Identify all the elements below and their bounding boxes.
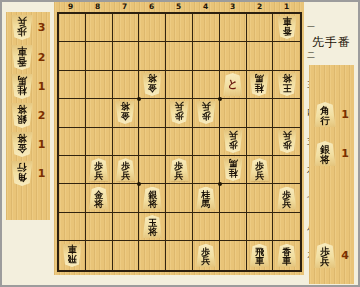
- board-cell-6七[interactable]: 銀将: [139, 184, 166, 212]
- piece-kanji: 車: [255, 256, 264, 266]
- piece-kanji: 金: [121, 112, 130, 122]
- hand-slot-金将: 金将1: [6, 131, 50, 158]
- board-cell-5四[interactable]: 歩兵: [166, 99, 193, 127]
- piece-歩兵-sente[interactable]: 歩兵: [115, 158, 135, 181]
- hand-slot-銀将: 銀将2: [6, 102, 50, 129]
- board-cell-4九[interactable]: 歩兵: [193, 241, 220, 269]
- board-cell-6六[interactable]: [139, 156, 166, 184]
- board-cell-2八[interactable]: [247, 213, 274, 241]
- board-cell-2一[interactable]: [247, 14, 274, 42]
- piece-kanji: 将: [94, 199, 103, 209]
- board-cell-9三[interactable]: [59, 71, 86, 99]
- piece-kanji: 車: [282, 17, 291, 27]
- piece-歩兵-sente[interactable]: 歩兵: [89, 158, 109, 181]
- piece-kanji: 将: [320, 155, 330, 165]
- hand-count: 1: [33, 138, 50, 151]
- board-cell-9八[interactable]: [59, 213, 86, 241]
- file-label-7: 7: [111, 2, 138, 12]
- piece-角行-gote[interactable]: 角行: [11, 161, 33, 186]
- hand-count: 1: [336, 108, 354, 121]
- sente-captured-tray: 角行1銀将1歩兵4: [309, 65, 354, 284]
- piece-kanji: 銀: [17, 114, 27, 124]
- piece-kanji: 将: [148, 199, 157, 209]
- hand-count: 1: [336, 147, 354, 160]
- piece-kanji: 車: [67, 245, 76, 255]
- board-cell-9一[interactable]: [59, 14, 86, 42]
- board-cell-5二[interactable]: [166, 42, 193, 70]
- hand-count: 2: [33, 51, 50, 64]
- board-cell-4一[interactable]: [193, 14, 220, 42]
- piece-歩兵-gote[interactable]: 歩兵: [223, 130, 243, 153]
- board-cell-7七[interactable]: [113, 184, 140, 212]
- board-cell-8七[interactable]: 金将: [86, 184, 113, 212]
- board-cell-8三[interactable]: [86, 71, 113, 99]
- board-cell-3五[interactable]: 歩兵: [220, 128, 247, 156]
- piece-kanji: 王: [282, 83, 291, 93]
- hand-slot-角行: 角行1: [309, 101, 354, 128]
- board-cell-9九[interactable]: 飛車: [59, 241, 86, 269]
- board-cell-5六[interactable]: 歩兵: [166, 156, 193, 184]
- piece-桂馬-sente[interactable]: 桂馬: [196, 187, 216, 210]
- board-cell-9四[interactable]: [59, 99, 86, 127]
- board-cell-3九[interactable]: [220, 241, 247, 269]
- board-cell-1二[interactable]: [273, 42, 300, 70]
- piece-kanji: 将: [17, 133, 27, 143]
- hand-count: 4: [336, 249, 354, 262]
- piece-kanji: 兵: [201, 102, 210, 112]
- board-cell-3四[interactable]: [220, 99, 247, 127]
- piece-金将-sente[interactable]: 金将: [89, 187, 109, 210]
- piece-玉将-sente[interactable]: 玉将: [142, 215, 162, 238]
- board-cell-7六[interactable]: 歩兵: [113, 156, 140, 184]
- piece-kanji: 飛: [67, 254, 76, 264]
- piece-kanji: 兵: [17, 16, 27, 26]
- piece-kanji: 将: [17, 104, 27, 114]
- piece-kanji: 香: [17, 56, 27, 66]
- file-label-8: 8: [84, 2, 111, 12]
- board-cell-6三[interactable]: 金将: [139, 71, 166, 99]
- piece-kanji: 兵: [255, 171, 264, 181]
- board-cell-8五[interactable]: [86, 128, 113, 156]
- board-cell-5九[interactable]: [166, 241, 193, 269]
- piece-kanji: 将: [282, 74, 291, 84]
- board-cell-3二[interactable]: [220, 42, 247, 70]
- hand-slot-歩兵: 歩兵4: [309, 242, 354, 269]
- piece-kanji: 歩: [282, 140, 291, 150]
- piece-kanji: 馬: [201, 199, 210, 209]
- piece-金将-gote[interactable]: 金将: [115, 101, 135, 124]
- piece-kanji: 車: [17, 46, 27, 56]
- board-cell-7一[interactable]: [113, 14, 140, 42]
- piece-kanji: 歩: [17, 26, 27, 36]
- piece-kanji: 兵: [121, 171, 130, 181]
- board-cell-4六[interactable]: [193, 156, 220, 184]
- piece-王将-gote[interactable]: 王将: [277, 73, 297, 96]
- hand-count: 2: [33, 109, 50, 122]
- piece-kanji: 兵: [201, 256, 210, 266]
- gote-captured-tray: 歩兵3香車2桂馬1銀将2金将1角行1: [6, 12, 50, 220]
- piece-歩兵-sente[interactable]: 歩兵: [277, 187, 297, 210]
- piece-kanji: 歩: [201, 112, 210, 122]
- piece-歩兵-gote[interactable]: 歩兵: [169, 101, 189, 124]
- board-cell-6四[interactable]: [139, 99, 166, 127]
- piece-kanji: 角: [17, 172, 27, 182]
- piece-桂馬-gote[interactable]: 桂馬: [249, 73, 269, 96]
- file-label-5: 5: [165, 2, 192, 12]
- rank-label-二: 二: [305, 50, 317, 61]
- rank-label-一: 一: [305, 22, 317, 33]
- board-grid: 香車金将と桂馬王将金将歩兵歩兵歩兵歩兵歩兵歩兵歩兵桂馬歩兵金将銀将桂馬歩兵玉将飛…: [57, 12, 302, 272]
- board-cell-7八[interactable]: [113, 213, 140, 241]
- hand-slot-角行: 角行1: [6, 160, 50, 187]
- file-label-1: 1: [273, 2, 300, 12]
- board-cell-9二[interactable]: [59, 42, 86, 70]
- hand-slot-銀将: 銀将1: [309, 140, 354, 167]
- piece-kanji: と: [227, 79, 238, 90]
- piece-銀将-sente[interactable]: 銀将: [314, 141, 336, 166]
- board-cell-7九[interactable]: [113, 241, 140, 269]
- file-label-2: 2: [246, 2, 273, 12]
- board-cell-8一[interactable]: [86, 14, 113, 42]
- piece-歩兵-sente[interactable]: 歩兵: [196, 244, 216, 267]
- board-cell-2七[interactable]: [247, 184, 274, 212]
- board-cell-6九[interactable]: [139, 241, 166, 269]
- piece-kanji: 金: [17, 143, 27, 153]
- board-cell-9六[interactable]: [59, 156, 86, 184]
- board-cell-4三[interactable]: [193, 71, 220, 99]
- piece-kanji: 兵: [282, 199, 291, 209]
- board-cell-4四[interactable]: 歩兵: [193, 99, 220, 127]
- piece-kanji: 兵: [320, 257, 330, 267]
- piece-桂馬-gote[interactable]: 桂馬: [11, 74, 33, 99]
- piece-角行-sente[interactable]: 角行: [314, 102, 336, 127]
- piece-kanji: 兵: [282, 131, 291, 141]
- board-cell-4八[interactable]: [193, 213, 220, 241]
- board-cell-1七[interactable]: 歩兵: [273, 184, 300, 212]
- piece-金将-gote[interactable]: 金将: [11, 132, 33, 157]
- board-cell-6一[interactable]: [139, 14, 166, 42]
- piece-kanji: 桂: [255, 83, 264, 93]
- piece-kanji: 兵: [175, 171, 184, 181]
- board-cell-9七[interactable]: [59, 184, 86, 212]
- piece-kanji: 兵: [228, 131, 237, 141]
- file-label-3: 3: [219, 2, 246, 12]
- piece-kanji: 馬: [228, 159, 237, 169]
- piece-香車-sente[interactable]: 香車: [277, 244, 297, 267]
- board-cell-1四[interactable]: [273, 99, 300, 127]
- piece-kanji: 歩: [175, 112, 184, 122]
- board-cell-3七[interactable]: [220, 184, 247, 212]
- board-cell-1一[interactable]: 香車: [273, 14, 300, 42]
- piece-銀将-sente[interactable]: 銀将: [142, 187, 162, 210]
- piece-桂馬-gote[interactable]: 桂馬: [223, 158, 243, 181]
- piece-kanji: 桂: [17, 85, 27, 95]
- board-cell-7五[interactable]: [113, 128, 140, 156]
- hand-slot-香車: 香車2: [6, 44, 50, 71]
- board-cell-5三[interactable]: [166, 71, 193, 99]
- piece-kanji: 桂: [228, 169, 237, 179]
- board-cell-5七[interactable]: [166, 184, 193, 212]
- file-labels: 987654321: [57, 2, 300, 12]
- board-cell-4二[interactable]: [193, 42, 220, 70]
- hand-count: 1: [33, 167, 50, 180]
- board-cell-3三[interactable]: と: [220, 71, 247, 99]
- piece-歩兵-gote[interactable]: 歩兵: [277, 130, 297, 153]
- board-cell-2六[interactable]: 歩兵: [247, 156, 274, 184]
- file-label-4: 4: [192, 2, 219, 12]
- board-cell-3八[interactable]: [220, 213, 247, 241]
- piece-kanji: 将: [121, 102, 130, 112]
- board-cell-2三[interactable]: 桂馬: [247, 71, 274, 99]
- board-cell-8八[interactable]: [86, 213, 113, 241]
- board-cell-6二[interactable]: [139, 42, 166, 70]
- hand-count: 3: [33, 21, 50, 34]
- board-cell-2九[interactable]: 飛車: [247, 241, 274, 269]
- board-cell-8六[interactable]: 歩兵: [86, 156, 113, 184]
- piece-kanji: 歩: [228, 140, 237, 150]
- shogi-app-window: 歩兵3香車2桂馬1銀将2金将1角行1 987654321 香車金将と桂馬王将金将…: [0, 0, 360, 287]
- piece-銀将-gote[interactable]: 銀将: [11, 103, 33, 128]
- board-cell-2四[interactable]: [247, 99, 274, 127]
- piece-香車-gote[interactable]: 香車: [277, 16, 297, 39]
- piece-飛車-sente[interactable]: 飛車: [249, 244, 269, 267]
- hand-slot-桂馬: 桂馬1: [6, 73, 50, 100]
- piece-香車-gote[interactable]: 香車: [11, 45, 33, 70]
- board-cell-5五[interactable]: [166, 128, 193, 156]
- piece-歩兵-sente[interactable]: 歩兵: [249, 158, 269, 181]
- board-cell-4七[interactable]: 桂馬: [193, 184, 220, 212]
- piece-金将-gote[interactable]: 金将: [142, 73, 162, 96]
- piece-kanji: 馬: [255, 74, 264, 84]
- hand-slot-歩兵: 歩兵3: [6, 14, 50, 41]
- board-cell-5八[interactable]: [166, 213, 193, 241]
- board-cell-7四[interactable]: 金将: [113, 99, 140, 127]
- piece-kanji: 行: [17, 162, 27, 172]
- piece-歩兵-gote[interactable]: 歩兵: [196, 101, 216, 124]
- piece-kanji: 馬: [17, 75, 27, 85]
- board-cell-6五[interactable]: [139, 128, 166, 156]
- piece-歩兵-gote[interactable]: 歩兵: [11, 15, 33, 40]
- piece-歩兵-sente[interactable]: 歩兵: [169, 158, 189, 181]
- piece-kanji: 兵: [94, 171, 103, 181]
- piece-kanji: 車: [282, 256, 291, 266]
- piece-kanji: 兵: [175, 102, 184, 112]
- board-cell-7二[interactable]: [113, 42, 140, 70]
- file-label-9: 9: [57, 2, 84, 12]
- board-cell-1五[interactable]: 歩兵: [273, 128, 300, 156]
- hand-count: 1: [33, 80, 50, 93]
- piece-と-sente[interactable]: と: [223, 73, 243, 96]
- piece-kanji: 金: [148, 83, 157, 93]
- board-cell-1三[interactable]: 王将: [273, 71, 300, 99]
- turn-indicator: 先手番: [305, 34, 358, 51]
- board-cell-2五[interactable]: [247, 128, 274, 156]
- board-cell-4五[interactable]: [193, 128, 220, 156]
- piece-kanji: 将: [148, 227, 157, 237]
- piece-kanji: 香: [282, 27, 291, 37]
- piece-kanji: 行: [320, 116, 330, 126]
- shogi-board: 987654321 香車金将と桂馬王将金将歩兵歩兵歩兵歩兵歩兵歩兵歩兵桂馬歩兵金…: [54, 2, 304, 275]
- board-cell-3一[interactable]: [220, 14, 247, 42]
- board-cell-8二[interactable]: [86, 42, 113, 70]
- board-cell-3六[interactable]: 桂馬: [220, 156, 247, 184]
- file-label-6: 6: [138, 2, 165, 12]
- board-cell-8九[interactable]: [86, 241, 113, 269]
- board-cell-5一[interactable]: [166, 14, 193, 42]
- piece-歩兵-sente[interactable]: 歩兵: [314, 243, 336, 268]
- board-cell-8四[interactable]: [86, 99, 113, 127]
- board-cell-1八[interactable]: [273, 213, 300, 241]
- piece-kanji: 将: [148, 74, 157, 84]
- board-cell-7三[interactable]: [113, 71, 140, 99]
- board-cell-2二[interactable]: [247, 42, 274, 70]
- board-cell-9五[interactable]: [59, 128, 86, 156]
- piece-飛車-gote[interactable]: 飛車: [62, 244, 82, 267]
- board-cell-1六[interactable]: [273, 156, 300, 184]
- board-cell-1九[interactable]: 香車: [273, 241, 300, 269]
- board-cell-6八[interactable]: 玉将: [139, 213, 166, 241]
